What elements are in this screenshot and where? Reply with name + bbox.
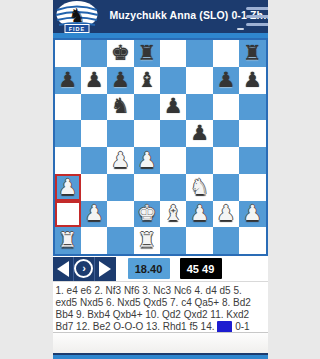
square-f2[interactable]: ♟: [186, 201, 212, 228]
piece-black-pawn: ♟: [217, 70, 236, 91]
piece-white-pawn: ♟: [111, 150, 130, 171]
square-e2[interactable]: ♝: [160, 201, 186, 228]
square-d4[interactable]: ♟: [134, 147, 160, 174]
square-d1[interactable]: ♜: [134, 227, 160, 254]
current-move-highlight[interactable]: a3: [217, 321, 232, 332]
square-g7[interactable]: ♟: [213, 67, 239, 94]
square-h5[interactable]: [239, 120, 265, 147]
square-g2[interactable]: ♟: [213, 201, 239, 228]
square-e5[interactable]: [160, 120, 186, 147]
autoplay-circle-icon: ›: [74, 259, 93, 278]
piece-white-pawn: ♟: [137, 150, 156, 171]
back-arrow-icon: [57, 261, 69, 277]
piece-black-pawn: ♟: [243, 70, 262, 91]
square-g6[interactable]: [213, 94, 239, 121]
square-h8[interactable]: ♜: [239, 40, 265, 67]
game-result: 0-1: [232, 321, 249, 332]
square-h7[interactable]: ♟: [239, 67, 265, 94]
menu-icon[interactable]: [246, 7, 268, 26]
square-c1[interactable]: [107, 227, 133, 254]
square-a4[interactable]: [55, 147, 81, 174]
square-a6[interactable]: [55, 94, 81, 121]
square-f3[interactable]: ♞: [186, 174, 212, 201]
forward-move-button[interactable]: [95, 257, 115, 281]
square-f6[interactable]: [186, 94, 212, 121]
white-clock[interactable]: 18.40: [128, 258, 170, 279]
square-a1[interactable]: ♜: [55, 227, 81, 254]
piece-white-pawn: ♟: [243, 203, 262, 224]
piece-black-king: ♚: [111, 43, 130, 64]
square-f8[interactable]: [186, 40, 212, 67]
piece-black-rook: ♜: [137, 43, 156, 64]
piece-black-pawn: ♟: [164, 96, 183, 117]
square-h1[interactable]: [239, 227, 265, 254]
square-g3[interactable]: [213, 174, 239, 201]
square-e8[interactable]: [160, 40, 186, 67]
chess-board[interactable]: ♚♜♜♟♟♟♝♟♟♞♟♟♟♟♟♞♟♚♝♟♟♟♜♜: [53, 38, 268, 256]
piece-white-pawn: ♟: [190, 203, 209, 224]
square-c8[interactable]: ♚: [107, 40, 133, 67]
square-d7[interactable]: ♝: [134, 67, 160, 94]
forward-arrow-icon: [99, 261, 111, 277]
square-b4[interactable]: [81, 147, 107, 174]
bottom-blue-bar: [53, 355, 268, 359]
square-d8[interactable]: ♜: [134, 40, 160, 67]
square-a5[interactable]: [55, 120, 81, 147]
game-title: Muzychukk Anna (SLO) 0-1 Zh…: [110, 9, 268, 21]
square-b1[interactable]: [81, 227, 107, 254]
square-c5[interactable]: [107, 120, 133, 147]
piece-black-bishop: ♝: [137, 70, 156, 91]
svg-text:♞: ♞: [68, 4, 85, 26]
chess-app-window: ♞ FIDE Muzychukk Anna (SLO) 0-1 Zh… ♚♜♜♟…: [53, 0, 268, 359]
square-g8[interactable]: [213, 40, 239, 67]
square-b8[interactable]: [81, 40, 107, 67]
square-h6[interactable]: [239, 94, 265, 121]
square-h2[interactable]: ♟: [239, 201, 265, 228]
fide-logo-icon: ♞ FIDE: [55, 0, 99, 33]
square-c2[interactable]: [107, 201, 133, 228]
square-c7[interactable]: ♟: [107, 67, 133, 94]
footer-empty-area: [53, 333, 268, 353]
square-e3[interactable]: [160, 174, 186, 201]
square-b6[interactable]: [81, 94, 107, 121]
piece-black-pawn: ♟: [58, 70, 77, 91]
square-f7[interactable]: [186, 67, 212, 94]
piece-black-rook: ♜: [243, 43, 262, 64]
square-e6[interactable]: ♟: [160, 94, 186, 121]
square-d6[interactable]: [134, 94, 160, 121]
piece-white-pawn: ♟: [217, 203, 236, 224]
piece-white-bishop: ♝: [164, 203, 183, 224]
square-b7[interactable]: ♟: [81, 67, 107, 94]
piece-white-king: ♚: [137, 203, 156, 224]
piece-black-pawn: ♟: [190, 123, 209, 144]
square-a8[interactable]: [55, 40, 81, 67]
square-e4[interactable]: [160, 147, 186, 174]
square-g1[interactable]: [213, 227, 239, 254]
square-f5[interactable]: ♟: [186, 120, 212, 147]
fide-banner-text: FIDE: [68, 26, 85, 32]
piece-white-pawn: ♟: [58, 177, 77, 198]
square-e1[interactable]: [160, 227, 186, 254]
app-header: ♞ FIDE Muzychukk Anna (SLO) 0-1 Zh…: [53, 0, 268, 33]
autoplay-button[interactable]: ›: [74, 257, 95, 281]
square-a3[interactable]: ♟: [55, 174, 81, 201]
square-d2[interactable]: ♚: [134, 201, 160, 228]
header-dash-decoration: [237, 28, 244, 30]
square-d5[interactable]: [134, 120, 160, 147]
black-clock[interactable]: 45 49: [180, 258, 222, 279]
square-c4[interactable]: ♟: [107, 147, 133, 174]
piece-white-knight: ♞: [190, 177, 209, 198]
square-e7[interactable]: [160, 67, 186, 94]
square-h3[interactable]: [239, 174, 265, 201]
square-b3[interactable]: [81, 174, 107, 201]
square-g5[interactable]: [213, 120, 239, 147]
square-a7[interactable]: ♟: [55, 67, 81, 94]
piece-white-pawn: ♟: [85, 203, 104, 224]
square-a2[interactable]: [55, 201, 81, 228]
square-b2[interactable]: ♟: [81, 201, 107, 228]
square-b5[interactable]: [81, 120, 107, 147]
move-list[interactable]: 1. e4 e6 2. Nf3 Nf6 3. Nc3 Nc6 4. d4 d5 …: [53, 282, 268, 332]
back-move-button[interactable]: [53, 257, 74, 281]
piece-black-knight: ♞: [111, 96, 130, 117]
piece-black-pawn: ♟: [85, 70, 104, 91]
square-d3[interactable]: [134, 174, 160, 201]
square-h4[interactable]: [239, 147, 265, 174]
piece-white-rook: ♜: [58, 230, 77, 251]
playback-controls-bar: › 18.40 45 49: [53, 256, 268, 282]
square-f1[interactable]: [186, 227, 212, 254]
nav-button-group: ›: [53, 257, 116, 281]
square-c6[interactable]: ♞: [107, 94, 133, 121]
square-f4[interactable]: [186, 147, 212, 174]
piece-white-rook: ♜: [137, 230, 156, 251]
piece-black-pawn: ♟: [111, 70, 130, 91]
square-g4[interactable]: [213, 147, 239, 174]
square-c3[interactable]: [107, 174, 133, 201]
